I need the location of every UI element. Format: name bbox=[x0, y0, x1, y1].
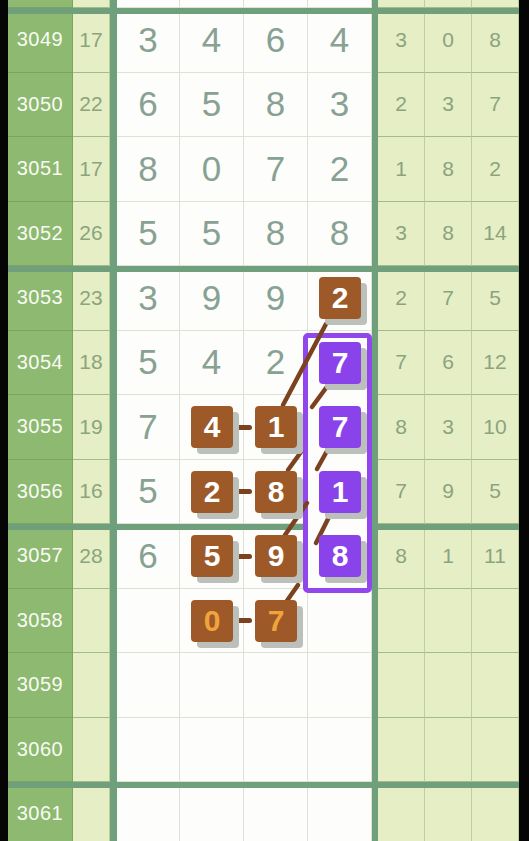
digit-cell bbox=[308, 589, 372, 654]
sliver-sum-cell bbox=[73, 0, 110, 8]
metric-cell: 9 bbox=[425, 460, 472, 525]
brown-badge: 8 bbox=[255, 471, 297, 513]
metric-cell: 8 bbox=[425, 137, 472, 202]
issue-cell: 3053 bbox=[8, 266, 73, 331]
metric-cell: 3 bbox=[378, 202, 425, 267]
brown-badge: 7 bbox=[255, 600, 297, 642]
lottery-trend-screen: { "game": "lottery-number-trend-chart (4… bbox=[0, 0, 529, 841]
issue-cell: 3049 bbox=[8, 8, 73, 73]
sliver-metric-cell bbox=[378, 0, 425, 8]
group-separator bbox=[8, 524, 519, 530]
pair-dash bbox=[235, 425, 252, 430]
digit-cell: 9 bbox=[180, 266, 244, 331]
sum-cell: 17 bbox=[73, 137, 110, 202]
digit-cell: 4 bbox=[180, 8, 244, 73]
metric-cell: 7 bbox=[378, 460, 425, 525]
brown-badge: 1 bbox=[255, 406, 297, 448]
digit-cell: 2 bbox=[244, 331, 308, 396]
brown-badge: 4 bbox=[191, 406, 233, 448]
metric-cell bbox=[472, 782, 519, 841]
column-separator-left bbox=[110, 0, 117, 841]
sliver-issue-cell bbox=[8, 0, 73, 8]
digit-cell: 5 bbox=[117, 331, 180, 396]
digit-cell bbox=[117, 718, 180, 783]
group-separator bbox=[8, 8, 519, 14]
sum-cell: 19 bbox=[73, 395, 110, 460]
metric-cell bbox=[378, 782, 425, 841]
pair-dash bbox=[235, 618, 252, 623]
sum-cell bbox=[73, 782, 110, 841]
issue-cell: 3058 bbox=[8, 589, 73, 654]
digit-cell: 2 bbox=[308, 137, 372, 202]
issue-cell: 3054 bbox=[8, 331, 73, 396]
metric-cell: 5 bbox=[472, 266, 519, 331]
issue-cell: 3060 bbox=[8, 718, 73, 783]
digit-cell: 0 bbox=[180, 137, 244, 202]
digit-cell bbox=[180, 653, 244, 718]
metric-cell: 3 bbox=[378, 8, 425, 73]
sliver-digit-cell bbox=[180, 0, 244, 8]
metric-cell: 1 bbox=[378, 137, 425, 202]
metric-cell: 10 bbox=[472, 395, 519, 460]
digit-cell: 6 bbox=[117, 73, 180, 138]
issue-cell: 3050 bbox=[8, 73, 73, 138]
digit-cell bbox=[244, 653, 308, 718]
digit-cell: 8 bbox=[308, 202, 372, 267]
purple-badge: 7 bbox=[319, 406, 361, 448]
metric-cell bbox=[472, 653, 519, 718]
metric-cell: 1 bbox=[425, 524, 472, 589]
metric-cell: 14 bbox=[472, 202, 519, 267]
issue-cell: 3061 bbox=[8, 782, 73, 841]
sum-cell: 16 bbox=[73, 460, 110, 525]
digit-cell: 5 bbox=[180, 202, 244, 267]
digit-cell bbox=[180, 782, 244, 841]
metric-cell bbox=[425, 589, 472, 654]
pair-dash bbox=[235, 554, 252, 559]
sum-cell: 18 bbox=[73, 331, 110, 396]
metric-cell: 8 bbox=[378, 524, 425, 589]
issue-cell: 3057 bbox=[8, 524, 73, 589]
metric-cell bbox=[378, 718, 425, 783]
metric-cell bbox=[472, 718, 519, 783]
digit-cell bbox=[308, 718, 372, 783]
digit-cell: 7 bbox=[117, 395, 180, 460]
metric-cell bbox=[378, 589, 425, 654]
sum-cell bbox=[73, 653, 110, 718]
issue-cell: 3059 bbox=[8, 653, 73, 718]
issue-cell: 3051 bbox=[8, 137, 73, 202]
brown-badge: 5 bbox=[191, 535, 233, 577]
digit-cell: 3 bbox=[308, 73, 372, 138]
digit-cell bbox=[308, 782, 372, 841]
digit-cell: 7 bbox=[244, 137, 308, 202]
digit-cell: 8 bbox=[244, 73, 308, 138]
brown-badge: 2 bbox=[191, 471, 233, 513]
sliver-metric-cell bbox=[472, 0, 519, 8]
digit-cell: 8 bbox=[244, 202, 308, 267]
sum-cell bbox=[73, 589, 110, 654]
digit-cell bbox=[117, 653, 180, 718]
column-separator-right bbox=[372, 0, 378, 841]
issue-cell: 3056 bbox=[8, 460, 73, 525]
purple-badge: 1 bbox=[319, 471, 361, 513]
sum-cell: 22 bbox=[73, 73, 110, 138]
digit-cell: 5 bbox=[117, 202, 180, 267]
metric-cell: 7 bbox=[378, 331, 425, 396]
metric-cell bbox=[472, 589, 519, 654]
metric-cell: 7 bbox=[472, 73, 519, 138]
digit-cell: 3 bbox=[117, 8, 180, 73]
issue-cell: 3052 bbox=[8, 202, 73, 267]
brown-badge: 9 bbox=[255, 535, 297, 577]
digit-cell: 9 bbox=[244, 266, 308, 331]
metric-cell: 8 bbox=[472, 8, 519, 73]
digit-cell: 6 bbox=[117, 524, 180, 589]
digit-cell: 5 bbox=[117, 460, 180, 525]
digit-cell: 6 bbox=[244, 8, 308, 73]
metric-cell: 8 bbox=[425, 202, 472, 267]
digit-cell bbox=[308, 653, 372, 718]
digit-cell bbox=[117, 589, 180, 654]
purple-badge: 8 bbox=[319, 535, 361, 577]
sum-cell: 23 bbox=[73, 266, 110, 331]
digit-cell: 4 bbox=[308, 8, 372, 73]
sum-cell: 26 bbox=[73, 202, 110, 267]
sliver-metric-cell bbox=[425, 0, 472, 8]
digit-cell bbox=[180, 718, 244, 783]
metric-cell: 3 bbox=[425, 73, 472, 138]
metric-cell: 11 bbox=[472, 524, 519, 589]
metric-cell: 2 bbox=[378, 73, 425, 138]
metric-cell bbox=[425, 653, 472, 718]
metric-cell: 3 bbox=[425, 395, 472, 460]
metric-cell: 2 bbox=[472, 137, 519, 202]
issue-cell: 3055 bbox=[8, 395, 73, 460]
sum-cell: 17 bbox=[73, 8, 110, 73]
digit-cell bbox=[244, 782, 308, 841]
metric-cell bbox=[425, 718, 472, 783]
metric-cell bbox=[378, 653, 425, 718]
group-separator bbox=[8, 782, 519, 788]
metric-cell: 0 bbox=[425, 8, 472, 73]
purple-badge: 7 bbox=[319, 342, 361, 384]
group-separator bbox=[8, 266, 519, 272]
metric-cell: 5 bbox=[472, 460, 519, 525]
pair-dash bbox=[235, 489, 252, 494]
sliver-digit-cell bbox=[308, 0, 372, 8]
metric-cell: 2 bbox=[378, 266, 425, 331]
trend-chart-board[interactable]: 3049173464308305022658323730511780721823… bbox=[8, 0, 519, 841]
brown-badge: 0 bbox=[191, 600, 233, 642]
sum-cell bbox=[73, 718, 110, 783]
metric-cell: 6 bbox=[425, 331, 472, 396]
metric-cell bbox=[425, 782, 472, 841]
metric-cell: 7 bbox=[425, 266, 472, 331]
digit-cell bbox=[244, 718, 308, 783]
brown-badge: 2 bbox=[319, 277, 361, 319]
digit-cell: 5 bbox=[180, 73, 244, 138]
metric-cell: 8 bbox=[378, 395, 425, 460]
sum-cell: 28 bbox=[73, 524, 110, 589]
sliver-digit-cell bbox=[117, 0, 180, 8]
sliver-digit-cell bbox=[244, 0, 308, 8]
digit-cell: 8 bbox=[117, 137, 180, 202]
digit-cell bbox=[117, 782, 180, 841]
digit-cell: 4 bbox=[180, 331, 244, 396]
digit-cell: 3 bbox=[117, 266, 180, 331]
metric-cell: 12 bbox=[472, 331, 519, 396]
